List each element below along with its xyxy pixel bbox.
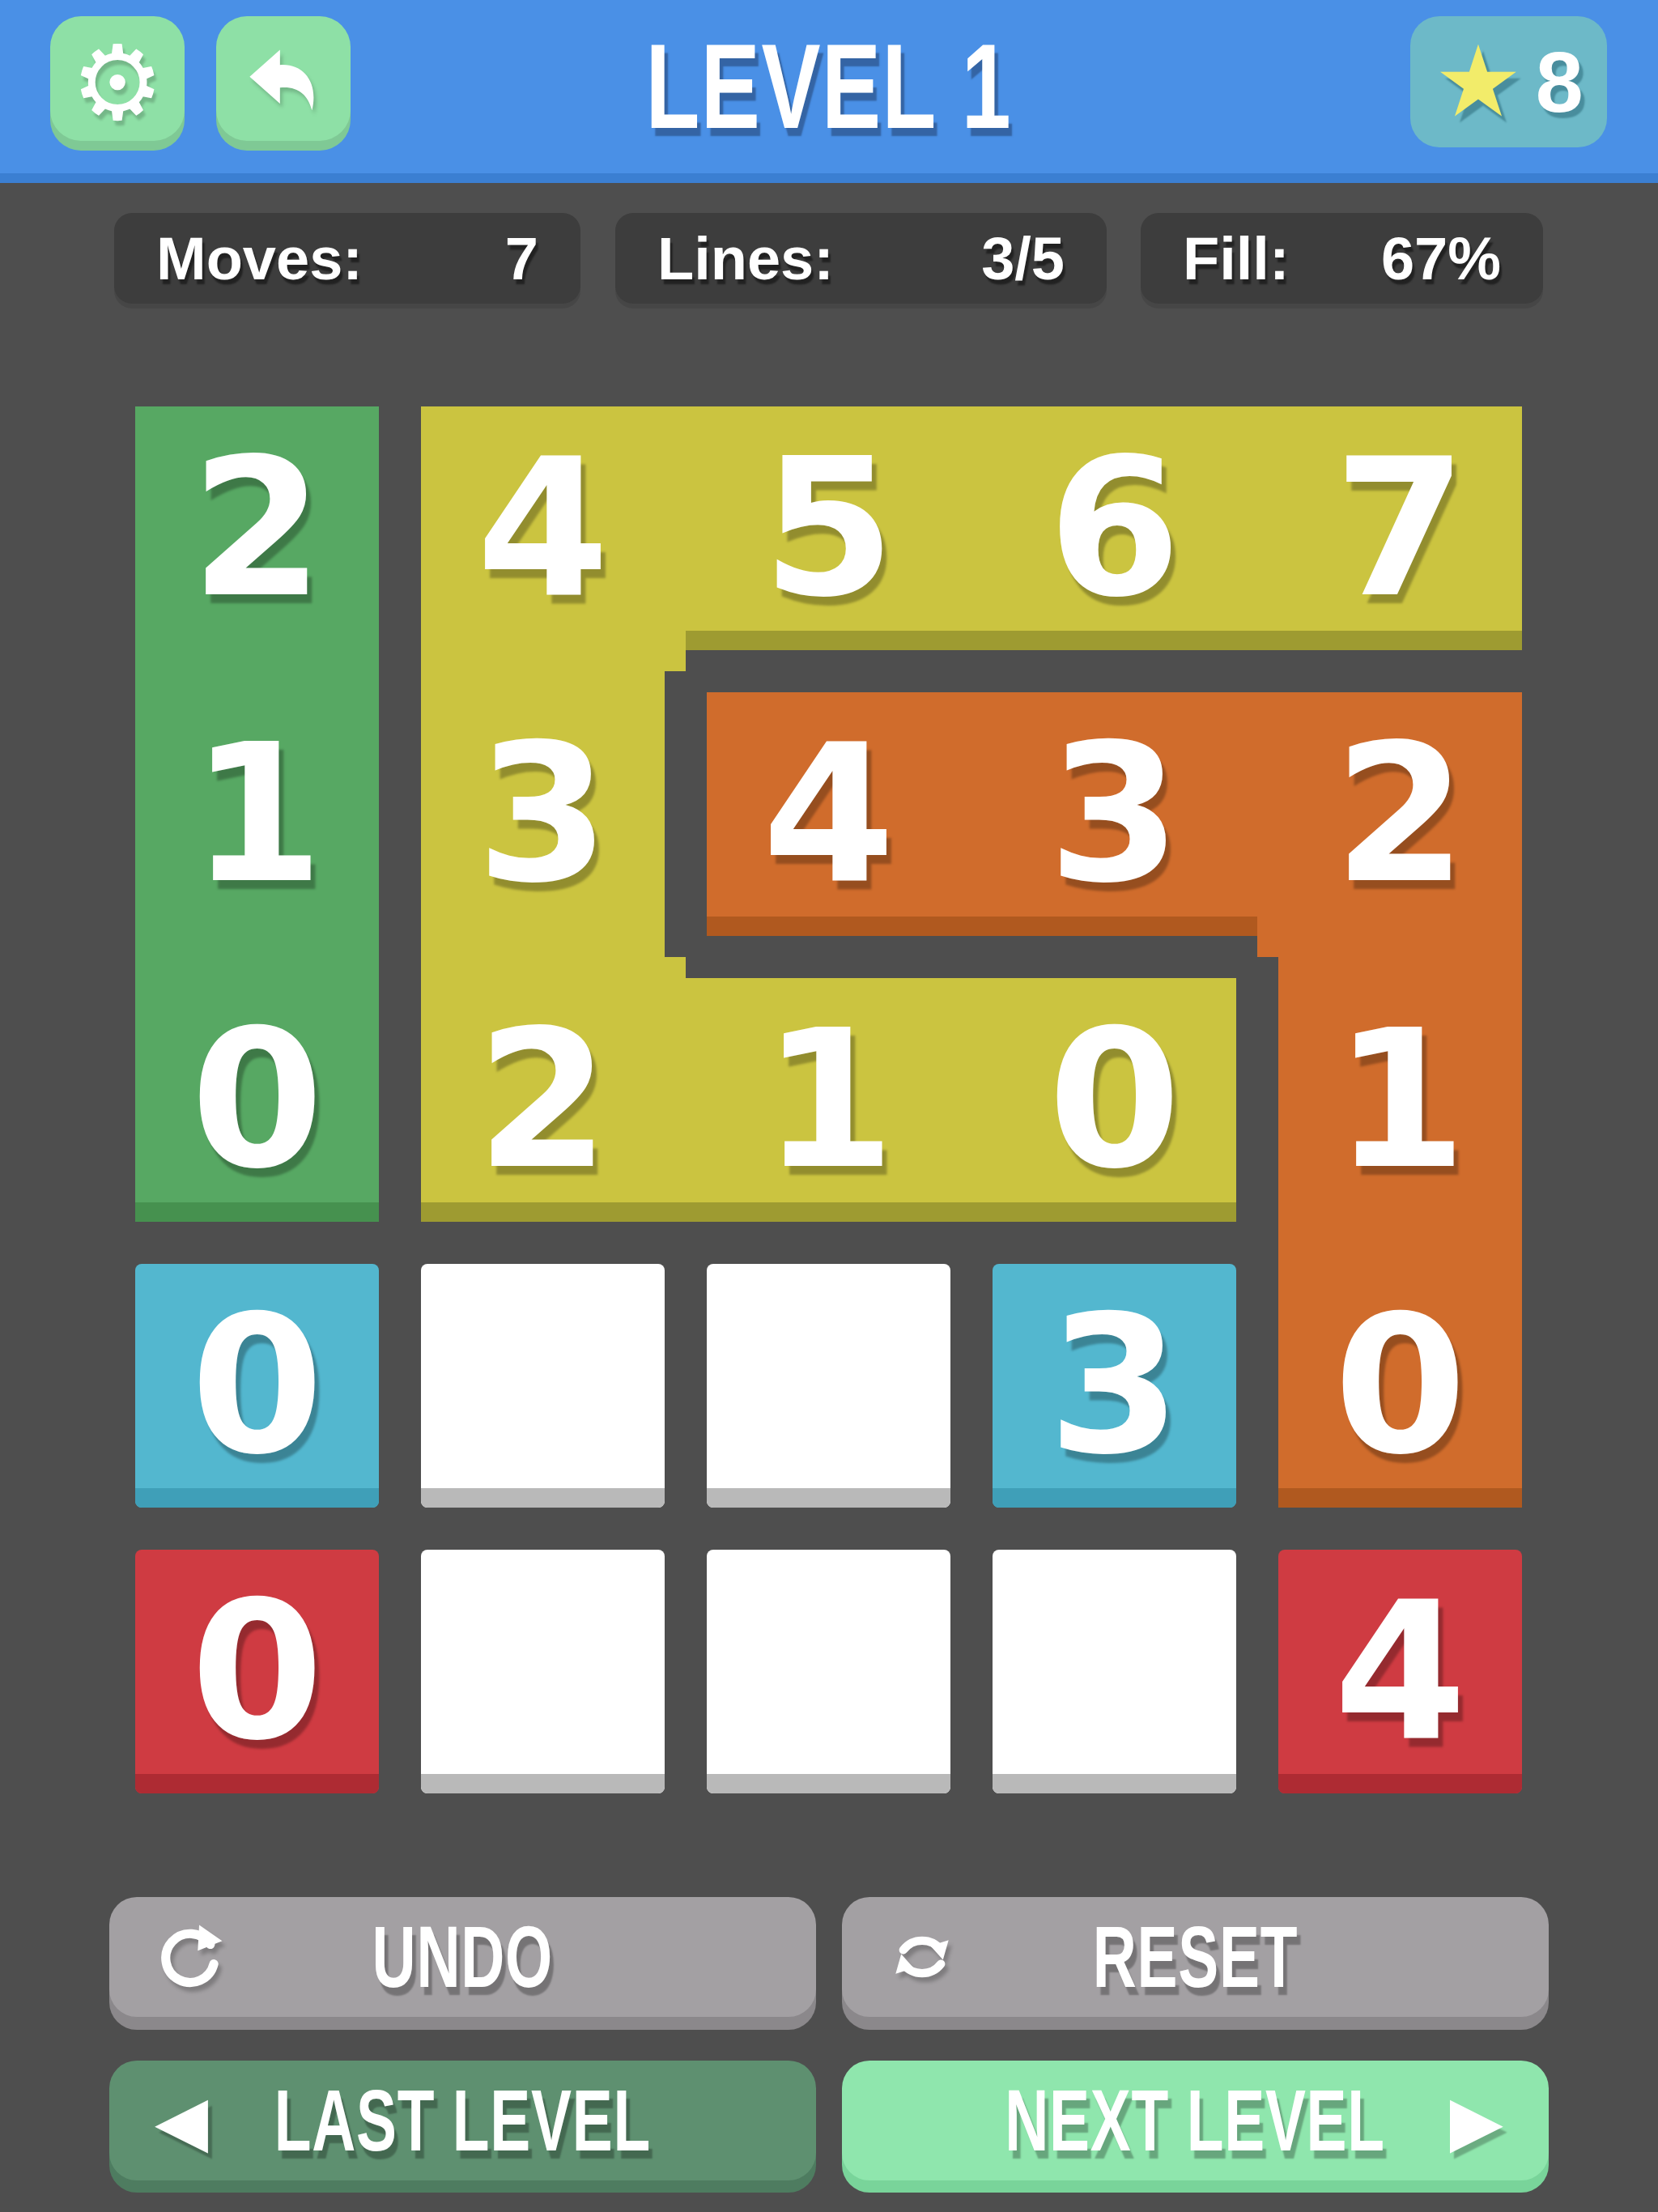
- reset-arrows-icon: [887, 1897, 957, 2017]
- cell-r3c2[interactable]: 2: [400, 957, 686, 1243]
- cell-r4c2[interactable]: [400, 1243, 686, 1529]
- white-path-segment: [421, 1264, 665, 1508]
- cell-number: 0: [114, 1243, 400, 1529]
- reset-label: RESET: [1093, 1907, 1299, 2006]
- cell-number: 5: [686, 385, 971, 671]
- cell-number: 0: [1257, 1243, 1543, 1529]
- cell-number: 6: [971, 385, 1257, 671]
- segment-bottom-shade: [421, 1774, 665, 1793]
- cell-r4c5[interactable]: 0: [1257, 1243, 1543, 1529]
- cell-r1c3[interactable]: 5: [686, 385, 971, 671]
- cell-r1c2[interactable]: 4: [400, 385, 686, 671]
- reset-button[interactable]: RESET: [842, 1897, 1549, 2017]
- cell-number: 4: [400, 385, 686, 671]
- segment-bottom-shade: [993, 1774, 1236, 1793]
- cell-r3c3[interactable]: 1: [686, 957, 971, 1243]
- white-path-segment: [707, 1264, 950, 1508]
- cell-r2c4[interactable]: 3: [971, 671, 1257, 957]
- cell-r2c5[interactable]: 2: [1257, 671, 1543, 957]
- header-bar: ⚙ LEVEL 1 ★ 8: [0, 0, 1658, 183]
- undo-arrow-icon: [155, 1897, 224, 2017]
- cell-r4c1[interactable]: 0: [114, 1243, 400, 1529]
- cell-r1c4[interactable]: 6: [971, 385, 1257, 671]
- cell-r4c4[interactable]: 3: [971, 1243, 1257, 1529]
- cell-r2c1[interactable]: 1: [114, 671, 400, 957]
- moves-value: 7: [505, 224, 538, 293]
- cell-number: 4: [686, 671, 971, 957]
- cell-r5c1[interactable]: 0: [114, 1529, 400, 1814]
- cell-number: 0: [114, 1529, 400, 1814]
- left-triangle-icon: ◀: [155, 2061, 208, 2180]
- star-icon: ★: [1434, 32, 1522, 131]
- cell-number: 2: [114, 385, 400, 671]
- cell-r3c4[interactable]: 0: [971, 957, 1257, 1243]
- last-level-label: LAST LEVEL: [274, 2070, 651, 2170]
- segment-bottom-shade: [707, 1488, 950, 1508]
- cell-r4c3[interactable]: [686, 1243, 971, 1529]
- cell-number: 7: [1257, 385, 1543, 671]
- segment-bottom-shade: [421, 1488, 665, 1508]
- cell-r1c1[interactable]: 2: [114, 385, 400, 671]
- cell-number: 3: [400, 671, 686, 957]
- cell-number: 3: [971, 1243, 1257, 1529]
- undo-label: UNDO: [372, 1907, 554, 2006]
- cell-r1c5[interactable]: 7: [1257, 385, 1543, 671]
- next-level-button[interactable]: NEXT LEVEL ▶: [842, 2061, 1549, 2180]
- next-level-label: NEXT LEVEL: [1005, 2070, 1386, 2170]
- board: 24567134320210103004: [114, 385, 1543, 1814]
- moves-stat-badge: Moves: 7: [114, 213, 580, 304]
- cell-r5c3[interactable]: [686, 1529, 971, 1814]
- cell-r3c1[interactable]: 0: [114, 957, 400, 1243]
- fill-stat-badge: Fill: 67%: [1141, 213, 1543, 304]
- cell-number: 1: [1257, 957, 1543, 1243]
- right-triangle-icon: ▶: [1450, 2061, 1503, 2180]
- star-count: 8: [1536, 33, 1584, 131]
- lines-stat-badge: Lines: 3/5: [615, 213, 1107, 304]
- cell-number: 2: [1257, 671, 1543, 957]
- cell-r2c3[interactable]: 4: [686, 671, 971, 957]
- cell-r5c2[interactable]: [400, 1529, 686, 1814]
- cell-number: 2: [400, 957, 686, 1243]
- cell-number: 0: [971, 957, 1257, 1243]
- cell-r2c2[interactable]: 3: [400, 671, 686, 957]
- white-path-segment: [421, 1550, 665, 1793]
- last-level-button[interactable]: ◀ LAST LEVEL: [109, 2061, 816, 2180]
- cell-number: 1: [114, 671, 400, 957]
- cell-number: 0: [114, 957, 400, 1243]
- cell-number: 1: [686, 957, 971, 1243]
- cell-r3c5[interactable]: 1: [1257, 957, 1543, 1243]
- white-path-segment: [707, 1550, 950, 1793]
- cell-r5c4[interactable]: [971, 1529, 1257, 1814]
- segment-bottom-shade: [707, 1774, 950, 1793]
- moves-label: Moves:: [156, 224, 363, 293]
- lines-label: Lines:: [657, 224, 834, 293]
- page-title: LEVEL 1: [646, 17, 1013, 155]
- white-path-segment: [993, 1550, 1236, 1793]
- lines-value: 3/5: [981, 224, 1065, 293]
- undo-button[interactable]: UNDO: [109, 1897, 816, 2017]
- header-title-wrap: LEVEL 1: [0, 0, 1658, 173]
- cell-number: 4: [1257, 1529, 1543, 1814]
- fill-value: 67%: [1381, 224, 1501, 293]
- star-score-badge: ★ 8: [1410, 16, 1607, 147]
- cell-number: 3: [971, 671, 1257, 957]
- cell-r5c5[interactable]: 4: [1257, 1529, 1543, 1814]
- fill-label: Fill:: [1183, 224, 1290, 293]
